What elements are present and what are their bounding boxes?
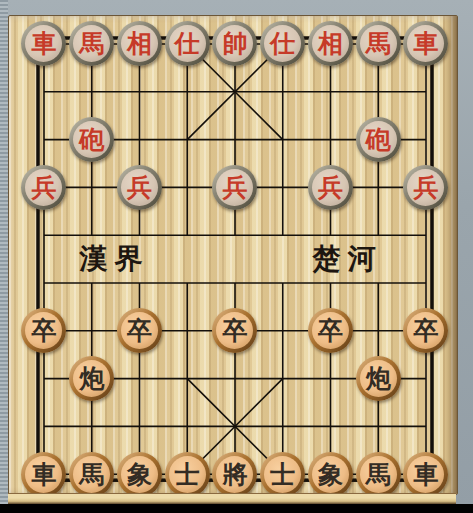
piece-label: 兵 (312, 169, 349, 206)
background-left-strip (0, 0, 8, 504)
piece-red-soldier[interactable]: 兵 (308, 165, 353, 210)
piece-label: 砲 (360, 121, 397, 158)
piece-red-advisor[interactable]: 仕 (165, 21, 210, 66)
screenshot-root: 漢界 楚河 車馬相仕帥仕相馬車砲砲兵兵兵兵兵卒卒卒卒卒炮炮車馬象士將士象馬車 (0, 0, 473, 513)
piece-black-horse[interactable]: 馬 (69, 452, 114, 497)
piece-label: 馬 (73, 456, 110, 493)
piece-red-soldier[interactable]: 兵 (21, 165, 66, 210)
piece-label: 兵 (25, 169, 62, 206)
piece-black-elephant[interactable]: 象 (308, 452, 353, 497)
piece-label: 仕 (264, 25, 301, 62)
piece-label: 士 (169, 456, 206, 493)
piece-red-horse[interactable]: 馬 (356, 21, 401, 66)
piece-label: 將 (216, 456, 253, 493)
piece-label: 士 (264, 456, 301, 493)
background-bottom-strip (0, 504, 473, 513)
piece-red-advisor[interactable]: 仕 (260, 21, 305, 66)
piece-black-advisor[interactable]: 士 (165, 452, 210, 497)
piece-label: 炮 (73, 360, 110, 397)
piece-label: 車 (25, 25, 62, 62)
piece-black-chariot[interactable]: 車 (403, 452, 448, 497)
piece-label: 馬 (360, 456, 397, 493)
piece-black-horse[interactable]: 馬 (356, 452, 401, 497)
piece-red-soldier[interactable]: 兵 (117, 165, 162, 210)
piece-red-cannon[interactable]: 砲 (356, 117, 401, 162)
piece-black-soldier[interactable]: 卒 (403, 308, 448, 353)
piece-red-cannon[interactable]: 砲 (69, 117, 114, 162)
piece-black-cannon[interactable]: 炮 (356, 356, 401, 401)
piece-red-horse[interactable]: 馬 (69, 21, 114, 66)
piece-red-soldier[interactable]: 兵 (212, 165, 257, 210)
piece-label: 兵 (121, 169, 158, 206)
piece-label: 卒 (312, 312, 349, 349)
piece-label: 象 (121, 456, 158, 493)
piece-label: 卒 (121, 312, 158, 349)
xiangqi-board[interactable]: 漢界 楚河 車馬相仕帥仕相馬車砲砲兵兵兵兵兵卒卒卒卒卒炮炮車馬象士將士象馬車 (8, 15, 458, 495)
piece-red-soldier[interactable]: 兵 (403, 165, 448, 210)
piece-label: 卒 (407, 312, 444, 349)
piece-label: 車 (25, 456, 62, 493)
piece-label: 卒 (25, 312, 62, 349)
piece-black-chariot[interactable]: 車 (21, 452, 66, 497)
piece-label: 帥 (216, 25, 253, 62)
piece-label: 相 (121, 25, 158, 62)
piece-label: 馬 (73, 25, 110, 62)
piece-red-chariot[interactable]: 車 (21, 21, 66, 66)
piece-label: 砲 (73, 121, 110, 158)
piece-black-soldier[interactable]: 卒 (308, 308, 353, 353)
piece-label: 卒 (216, 312, 253, 349)
piece-label: 相 (312, 25, 349, 62)
piece-label: 仕 (169, 25, 206, 62)
piece-label: 炮 (360, 360, 397, 397)
piece-black-soldier[interactable]: 卒 (212, 308, 257, 353)
piece-label: 車 (407, 25, 444, 62)
piece-black-general[interactable]: 將 (212, 452, 257, 497)
piece-red-elephant[interactable]: 相 (117, 21, 162, 66)
piece-label: 兵 (407, 169, 444, 206)
piece-label: 車 (407, 456, 444, 493)
piece-grid: 車馬相仕帥仕相馬車砲砲兵兵兵兵兵卒卒卒卒卒炮炮車馬象士將士象馬車 (20, 20, 450, 498)
piece-red-elephant[interactable]: 相 (308, 21, 353, 66)
piece-red-general[interactable]: 帥 (212, 21, 257, 66)
piece-black-elephant[interactable]: 象 (117, 452, 162, 497)
piece-label: 兵 (216, 169, 253, 206)
piece-black-cannon[interactable]: 炮 (69, 356, 114, 401)
piece-black-soldier[interactable]: 卒 (117, 308, 162, 353)
piece-red-chariot[interactable]: 車 (403, 21, 448, 66)
piece-label: 象 (312, 456, 349, 493)
piece-label: 馬 (360, 25, 397, 62)
piece-black-advisor[interactable]: 士 (260, 452, 305, 497)
piece-black-soldier[interactable]: 卒 (21, 308, 66, 353)
board-bottom-edge (8, 493, 456, 504)
